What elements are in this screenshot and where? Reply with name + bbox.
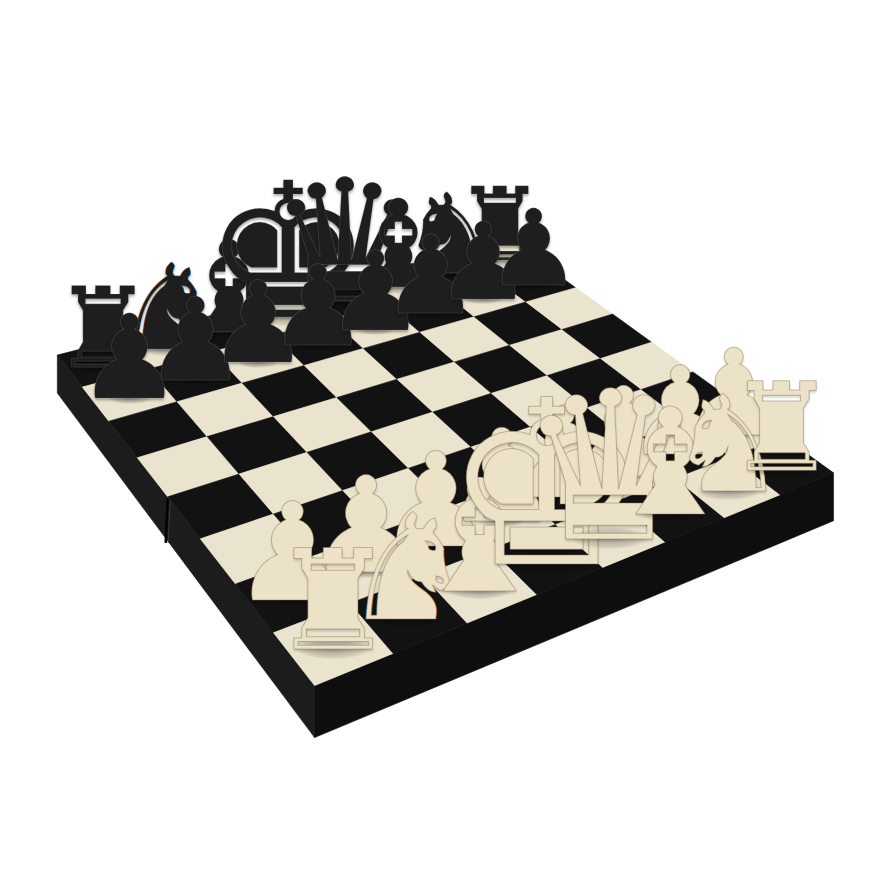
white-rook-icon: ♜ [727,367,836,489]
black-pawn-icon: ♟ [486,196,581,302]
piece-white-rook-h1[interactable]: ♜ [721,367,843,489]
piece-black-pawn-h7[interactable]: ♟ [481,196,587,302]
scene: ♜♞♝♚♛♝♞♜♟♟♟♟♟♟♟♟♟♟♟♟♟♟♟♟♜♞♝♚♛♝♞♜ [0,0,896,896]
